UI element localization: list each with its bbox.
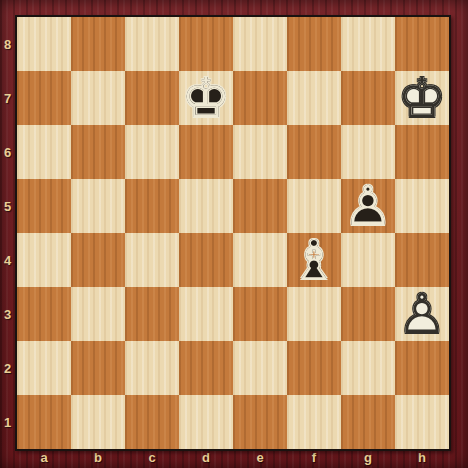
board-frame: 87654321 abcdefgh ♚♔♚♔♟♙♝♗♟♙ bbox=[0, 0, 468, 468]
rank-label-4: 4 bbox=[0, 233, 15, 287]
black-pawn-outline-icon: ♙ bbox=[341, 179, 395, 233]
white-king-icon: ♚ bbox=[395, 71, 449, 125]
square-c7[interactable] bbox=[125, 71, 179, 125]
square-c6[interactable] bbox=[125, 125, 179, 179]
rank-label-6: 6 bbox=[0, 125, 15, 179]
white-king[interactable]: ♚♔ bbox=[395, 71, 449, 125]
square-d1[interactable] bbox=[179, 395, 233, 449]
square-c2[interactable] bbox=[125, 341, 179, 395]
square-g1[interactable] bbox=[341, 395, 395, 449]
black-pawn-icon: ♟ bbox=[341, 179, 395, 233]
white-king-outline-icon: ♔ bbox=[395, 71, 449, 125]
square-b8[interactable] bbox=[71, 17, 125, 71]
square-e3[interactable] bbox=[233, 287, 287, 341]
rank-label-2: 2 bbox=[0, 341, 15, 395]
square-g5[interactable]: ♟♙ bbox=[341, 179, 395, 233]
rank-label-1: 1 bbox=[0, 395, 15, 449]
square-b7[interactable] bbox=[71, 71, 125, 125]
square-h1[interactable] bbox=[395, 395, 449, 449]
square-c4[interactable] bbox=[125, 233, 179, 287]
square-g4[interactable] bbox=[341, 233, 395, 287]
square-a2[interactable] bbox=[17, 341, 71, 395]
square-a1[interactable] bbox=[17, 395, 71, 449]
square-a5[interactable] bbox=[17, 179, 71, 233]
square-d6[interactable] bbox=[179, 125, 233, 179]
square-d4[interactable] bbox=[179, 233, 233, 287]
black-king-icon: ♚ bbox=[179, 71, 233, 125]
square-h4[interactable] bbox=[395, 233, 449, 287]
rank-label-7: 7 bbox=[0, 71, 15, 125]
square-e5[interactable] bbox=[233, 179, 287, 233]
square-e7[interactable] bbox=[233, 71, 287, 125]
white-pawn[interactable]: ♟♙ bbox=[395, 287, 449, 341]
square-f7[interactable] bbox=[287, 71, 341, 125]
square-a7[interactable] bbox=[17, 71, 71, 125]
square-f8[interactable] bbox=[287, 17, 341, 71]
square-f1[interactable] bbox=[287, 395, 341, 449]
square-f4[interactable]: ♝♗ bbox=[287, 233, 341, 287]
square-a8[interactable] bbox=[17, 17, 71, 71]
square-e8[interactable] bbox=[233, 17, 287, 71]
black-king[interactable]: ♚♔ bbox=[179, 71, 233, 125]
square-f5[interactable] bbox=[287, 179, 341, 233]
black-bishop-icon: ♝ bbox=[287, 233, 341, 287]
square-b5[interactable] bbox=[71, 179, 125, 233]
square-g8[interactable] bbox=[341, 17, 395, 71]
rank-label-8: 8 bbox=[0, 17, 15, 71]
square-b1[interactable] bbox=[71, 395, 125, 449]
square-b2[interactable] bbox=[71, 341, 125, 395]
square-c1[interactable] bbox=[125, 395, 179, 449]
square-d5[interactable] bbox=[179, 179, 233, 233]
square-h5[interactable] bbox=[395, 179, 449, 233]
square-e6[interactable] bbox=[233, 125, 287, 179]
square-h8[interactable] bbox=[395, 17, 449, 71]
square-h6[interactable] bbox=[395, 125, 449, 179]
square-h7[interactable]: ♚♔ bbox=[395, 71, 449, 125]
square-a6[interactable] bbox=[17, 125, 71, 179]
square-h2[interactable] bbox=[395, 341, 449, 395]
square-h3[interactable]: ♟♙ bbox=[395, 287, 449, 341]
board: ♚♔♚♔♟♙♝♗♟♙ bbox=[15, 15, 451, 451]
square-f3[interactable] bbox=[287, 287, 341, 341]
square-b3[interactable] bbox=[71, 287, 125, 341]
square-c8[interactable] bbox=[125, 17, 179, 71]
square-b6[interactable] bbox=[71, 125, 125, 179]
black-king-outline-icon: ♔ bbox=[179, 71, 233, 125]
square-d7[interactable]: ♚♔ bbox=[179, 71, 233, 125]
square-c5[interactable] bbox=[125, 179, 179, 233]
rank-labels: 87654321 bbox=[0, 17, 15, 449]
square-c3[interactable] bbox=[125, 287, 179, 341]
rank-label-3: 3 bbox=[0, 287, 15, 341]
square-d2[interactable] bbox=[179, 341, 233, 395]
black-bishop[interactable]: ♝♗ bbox=[287, 233, 341, 287]
square-d8[interactable] bbox=[179, 17, 233, 71]
square-a4[interactable] bbox=[17, 233, 71, 287]
square-e4[interactable] bbox=[233, 233, 287, 287]
square-e2[interactable] bbox=[233, 341, 287, 395]
rank-label-5: 5 bbox=[0, 179, 15, 233]
square-a3[interactable] bbox=[17, 287, 71, 341]
square-d3[interactable] bbox=[179, 287, 233, 341]
square-f2[interactable] bbox=[287, 341, 341, 395]
square-b4[interactable] bbox=[71, 233, 125, 287]
black-bishop-outline-icon: ♗ bbox=[287, 233, 341, 287]
square-g6[interactable] bbox=[341, 125, 395, 179]
square-e1[interactable] bbox=[233, 395, 287, 449]
black-pawn[interactable]: ♟♙ bbox=[341, 179, 395, 233]
square-f6[interactable] bbox=[287, 125, 341, 179]
white-pawn-outline-icon: ♙ bbox=[395, 287, 449, 341]
square-g7[interactable] bbox=[341, 71, 395, 125]
white-pawn-icon: ♟ bbox=[395, 287, 449, 341]
square-g3[interactable] bbox=[341, 287, 395, 341]
square-g2[interactable] bbox=[341, 341, 395, 395]
